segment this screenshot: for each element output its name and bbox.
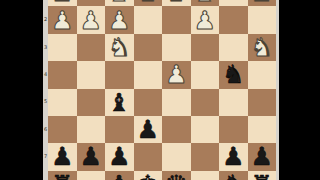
square-b3[interactable] [219,34,248,61]
rank-label-6: 6 [43,127,48,132]
black-pawn: ♟ [80,143,102,170]
square-a2[interactable] [248,6,277,33]
rank-label-5: 5 [43,99,48,104]
square-a5[interactable] [248,89,277,116]
square-b8[interactable]: ♞ [219,171,248,180]
square-g2[interactable]: ♟ [77,6,106,33]
square-e6[interactable]: ♟ [134,116,163,143]
black-queen: ♛ [165,171,187,180]
square-e7[interactable] [134,143,163,170]
square-a4[interactable] [248,61,277,88]
square-e3[interactable] [134,34,163,61]
square-a6[interactable] [248,116,277,143]
black-king: ♚ [137,171,159,180]
video-frame: 234567 ♜♝♚♛♝♜♟♟♟♟♞♞♟♞♝♟♟♟♟♟♟♜♝♚♛♞♜ [0,0,320,180]
square-g4[interactable] [77,61,106,88]
black-knight: ♞ [222,61,244,88]
square-c6[interactable] [191,116,220,143]
square-c2[interactable]: ♟ [191,6,220,33]
square-f6[interactable] [105,116,134,143]
square-d4[interactable]: ♟ [162,61,191,88]
square-c3[interactable] [191,34,220,61]
square-d3[interactable] [162,34,191,61]
square-h8[interactable]: ♜ [48,171,77,180]
white-queen: ♛ [165,0,187,6]
square-b4[interactable]: ♞ [219,61,248,88]
white-pawn: ♟ [165,61,187,88]
white-pawn: ♟ [51,7,73,34]
square-h6[interactable] [48,116,77,143]
white-pawn: ♟ [108,7,130,34]
square-g7[interactable]: ♟ [77,143,106,170]
square-g3[interactable] [77,34,106,61]
square-e4[interactable] [134,61,163,88]
square-f8[interactable]: ♝ [105,171,134,180]
square-g8[interactable] [77,171,106,180]
square-h2[interactable]: ♟ [48,6,77,33]
rank-label-2: 2 [43,17,48,22]
black-rook: ♜ [51,171,73,180]
square-h5[interactable] [48,89,77,116]
square-g6[interactable] [77,116,106,143]
square-h7[interactable]: ♟ [48,143,77,170]
white-pawn: ♟ [80,7,102,34]
black-pawn: ♟ [251,143,273,170]
white-bishop: ♝ [108,0,130,6]
square-d6[interactable] [162,116,191,143]
square-e5[interactable] [134,89,163,116]
white-bishop: ♝ [194,0,216,6]
square-a8[interactable]: ♜ [248,171,277,180]
black-bishop: ♝ [108,89,130,116]
square-c7[interactable] [191,143,220,170]
square-f3[interactable]: ♞ [105,34,134,61]
rank-label-7: 7 [43,154,48,159]
black-pawn: ♟ [137,116,159,143]
black-pawn: ♟ [51,143,73,170]
white-king: ♚ [137,0,159,6]
square-c8[interactable] [191,171,220,180]
board-right-border [276,0,279,180]
white-knight: ♞ [251,34,273,61]
rank-coordinate-strip: 234567 [43,0,48,180]
white-pawn: ♟ [194,7,216,34]
white-knight: ♞ [108,34,130,61]
square-b2[interactable] [219,6,248,33]
square-d2[interactable] [162,6,191,33]
black-knight: ♞ [222,171,244,180]
square-d7[interactable] [162,143,191,170]
square-c4[interactable] [191,61,220,88]
black-pawn: ♟ [222,143,244,170]
white-rook: ♜ [51,0,73,6]
square-a3[interactable]: ♞ [248,34,277,61]
black-bishop: ♝ [108,171,130,180]
chess-board: ♜♝♚♛♝♜♟♟♟♟♞♞♟♞♝♟♟♟♟♟♟♜♝♚♛♞♜ [48,0,276,180]
square-f5[interactable]: ♝ [105,89,134,116]
square-f2[interactable]: ♟ [105,6,134,33]
white-rook: ♜ [251,0,273,6]
square-c5[interactable] [191,89,220,116]
square-f7[interactable]: ♟ [105,143,134,170]
square-d5[interactable] [162,89,191,116]
square-b7[interactable]: ♟ [219,143,248,170]
rank-label-3: 3 [43,45,48,50]
square-g5[interactable] [77,89,106,116]
square-f4[interactable] [105,61,134,88]
black-rook: ♜ [251,171,273,180]
square-b6[interactable] [219,116,248,143]
rank-label-4: 4 [43,72,48,77]
square-e2[interactable] [134,6,163,33]
black-pawn: ♟ [108,143,130,170]
square-a7[interactable]: ♟ [248,143,277,170]
square-b5[interactable] [219,89,248,116]
square-d8[interactable]: ♛ [162,171,191,180]
square-e8[interactable]: ♚ [134,171,163,180]
square-h4[interactable] [48,61,77,88]
square-h3[interactable] [48,34,77,61]
